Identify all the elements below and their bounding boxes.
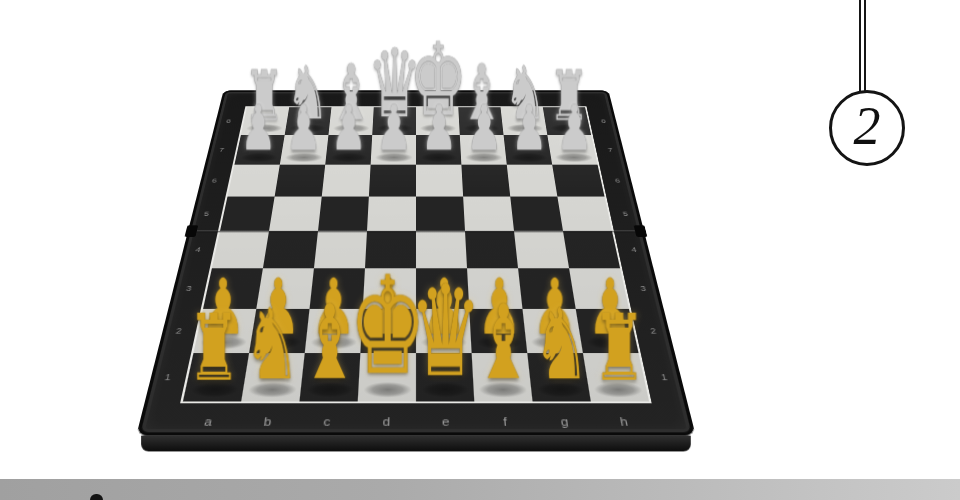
file-labels: abcdefgh	[177, 412, 656, 430]
cell-e1: ♛	[416, 353, 474, 401]
piece-gold-rook-a1: ♜	[187, 302, 240, 394]
file-label-h: h	[593, 412, 656, 430]
cell-f1: ♝	[472, 353, 533, 401]
piece-silver-pawn-a7: ♟	[240, 97, 276, 160]
rank-label-left-8: 8	[219, 107, 239, 135]
cell-g6	[507, 165, 558, 197]
cell-a5	[220, 197, 275, 231]
cell-d5	[367, 197, 416, 231]
rank-label-right-8: 8	[594, 107, 614, 135]
cell-c6	[322, 165, 371, 197]
piece-silver-pawn-g7: ♟	[511, 97, 547, 160]
piece-silver-pawn-h7: ♟	[556, 97, 592, 160]
rank-label-right-7: 7	[600, 135, 621, 165]
file-label-c: c	[296, 412, 357, 430]
cell-g5	[510, 197, 563, 231]
rank-label-left-1: 1	[153, 353, 182, 401]
cell-b5	[269, 197, 322, 231]
cell-g7: ♟	[504, 135, 553, 165]
cell-b6	[275, 165, 326, 197]
cell-a1: ♜	[183, 353, 249, 401]
cell-g1: ♞	[527, 353, 591, 401]
board-side-edge	[141, 436, 691, 452]
callout-number-badge: 2	[829, 90, 905, 166]
cell-e7: ♟	[416, 135, 461, 165]
cell-c7: ♟	[325, 135, 372, 165]
rank-label-right-1: 1	[650, 353, 679, 401]
piece-silver-pawn-c7: ♟	[330, 97, 366, 160]
board-pieces: ♜♞♝♛♚♝♞♜♟♟♟♟♟♟♟♟♟♟♟♟♟♟♟♟♜♞♝♚♛♝♞♜	[183, 107, 649, 401]
cell-d7: ♟	[371, 135, 416, 165]
rank-label-right-5: 5	[614, 197, 637, 231]
file-label-g: g	[534, 412, 596, 430]
cell-h5	[557, 197, 612, 231]
cell-a7: ♟	[234, 135, 284, 165]
bottom-divider-bar	[0, 479, 960, 500]
cell-a6	[227, 165, 279, 197]
piece-silver-pawn-b7: ♟	[285, 97, 321, 160]
cell-b1: ♞	[241, 353, 305, 401]
file-label-d: d	[356, 412, 416, 430]
cell-f6	[461, 165, 510, 197]
cell-d1: ♚	[358, 353, 416, 401]
cell-h6	[552, 165, 604, 197]
piece-silver-pawn-e7: ♟	[420, 97, 456, 160]
next-image-piece-tip	[90, 494, 103, 500]
cell-f5	[463, 197, 514, 231]
file-label-e: e	[416, 412, 476, 430]
cell-c5	[318, 197, 369, 231]
chess-set-photo: abcdefgh 87654321 87654321 ♜♞♝♛♚♝♞♜♟♟♟♟♟…	[188, 3, 644, 459]
file-label-a: a	[177, 412, 240, 430]
file-label-b: b	[237, 412, 299, 430]
cell-b7: ♟	[280, 135, 329, 165]
cell-e6	[416, 165, 463, 197]
callout-leader-line	[859, 0, 866, 93]
cell-d6	[369, 165, 416, 197]
piece-silver-pawn-d7: ♟	[375, 97, 411, 160]
cell-f7: ♟	[460, 135, 507, 165]
cell-h7: ♟	[547, 135, 597, 165]
rank-label-left-7: 7	[211, 135, 232, 165]
piece-gold-knight-g1: ♞	[532, 296, 589, 394]
rank-label-right-6: 6	[607, 165, 629, 197]
piece-gold-rook-h1: ♜	[592, 302, 645, 394]
rank-label-left-6: 6	[203, 165, 225, 197]
rank-label-left-5: 5	[195, 197, 218, 231]
piece-gold-queen-e1: ♛	[409, 268, 482, 394]
piece-gold-bishop-f1: ♝	[473, 292, 532, 395]
callout-number: 2	[854, 99, 881, 153]
cell-e5	[416, 197, 465, 231]
cell-h1: ♜	[583, 353, 649, 401]
piece-silver-pawn-f7: ♟	[466, 97, 502, 160]
piece-gold-knight-b1: ♞	[243, 296, 300, 394]
chess-board: abcdefgh 87654321 87654321 ♜♞♝♛♚♝♞♜♟♟♟♟♟…	[136, 90, 696, 435]
file-label-f: f	[475, 412, 536, 430]
